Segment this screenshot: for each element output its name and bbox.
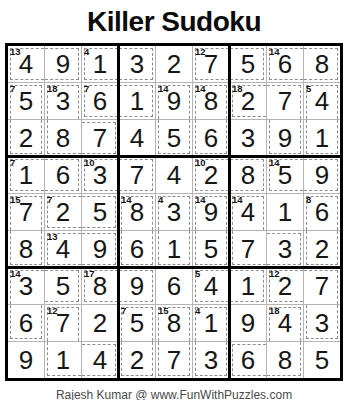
cell-r2c8[interactable]: 7 — [267, 83, 303, 119]
cell-r3c2[interactable]: 8 — [45, 120, 81, 156]
cell-value: 1 — [241, 273, 255, 299]
cell-value: 5 — [315, 347, 329, 373]
cell-r4c8[interactable]: 145 — [267, 157, 303, 193]
cell-r1c1[interactable]: 134 — [8, 46, 44, 82]
cage-sum: 17 — [84, 268, 95, 279]
cell-r3c4[interactable]: 4 — [119, 120, 155, 156]
cell-value: 3 — [241, 125, 255, 151]
cell-value: 9 — [241, 310, 255, 336]
cell-r6c6[interactable]: 5 — [193, 231, 229, 267]
cage-sum: 10 — [195, 157, 206, 168]
cell-r1c9[interactable]: 8 — [304, 46, 340, 82]
cell-r8c8[interactable]: 184 — [267, 305, 303, 341]
cell-r6c3[interactable]: 9 — [82, 231, 118, 267]
cell-r4c2[interactable]: 6 — [45, 157, 81, 193]
cage-sum: 7 — [10, 157, 15, 168]
cage-sum: 14 — [195, 83, 206, 94]
cell-value: 4 — [315, 88, 329, 114]
cell-r8c4[interactable]: 75 — [119, 305, 155, 341]
cage-sum: 12 — [269, 268, 280, 279]
cell-value: 8 — [93, 273, 107, 299]
cell-value: 4 — [93, 347, 107, 373]
cell-value: 3 — [167, 199, 181, 225]
cell-value: 2 — [19, 125, 33, 151]
cell-value: 2 — [93, 310, 107, 336]
cage-sum: 12 — [195, 46, 206, 57]
cage-sum: 18 — [232, 83, 243, 94]
cage-sum: 14 — [269, 46, 280, 57]
cell-r6c2[interactable]: 134 — [45, 231, 81, 267]
cage-sum: 14 — [158, 83, 169, 94]
cell-r7c5[interactable]: 6 — [156, 268, 192, 304]
cell-r6c9[interactable]: 2 — [304, 231, 340, 267]
cell-r5c4[interactable]: 148 — [119, 194, 155, 230]
cage-sum: 4 — [84, 46, 89, 57]
cell-value: 2 — [167, 51, 181, 77]
cell-r3c3[interactable]: 7 — [82, 120, 118, 156]
cell-value: 6 — [204, 125, 218, 151]
cell-value: 1 — [167, 236, 181, 262]
cell-value: 1 — [19, 162, 33, 188]
cell-r5c6[interactable]: 149 — [193, 194, 229, 230]
cell-value: 4 — [130, 125, 144, 151]
cell-value: 2 — [315, 236, 329, 262]
cell-r8c7[interactable]: 9 — [230, 305, 266, 341]
cell-value: 9 — [130, 273, 144, 299]
cage-sum: 14 — [10, 268, 21, 279]
cell-r3c8[interactable]: 9 — [267, 120, 303, 156]
cell-r1c4[interactable]: 3 — [119, 46, 155, 82]
cage-sum: 14 — [195, 194, 206, 205]
cell-value: 8 — [241, 162, 255, 188]
cell-value: 4 — [19, 51, 33, 77]
cage-sum: 18 — [269, 305, 280, 316]
cell-r5c1[interactable]: 157 — [8, 194, 44, 230]
cell-r4c9[interactable]: 9 — [304, 157, 340, 193]
cell-r9c5[interactable]: 7 — [156, 342, 192, 378]
cell-value: 1 — [278, 199, 292, 225]
cell-value: 7 — [167, 347, 181, 373]
cage-sum: 15 — [10, 194, 21, 205]
cell-r5c5[interactable]: 43 — [156, 194, 192, 230]
cage-sum: 4 — [158, 194, 163, 205]
cell-r5c3[interactable]: 5 — [82, 194, 118, 230]
cell-r3c9[interactable]: 1 — [304, 120, 340, 156]
cell-value: 1 — [56, 347, 70, 373]
cell-value: 6 — [241, 347, 255, 373]
cell-r4c3[interactable]: 103 — [82, 157, 118, 193]
cell-value: 7 — [241, 236, 255, 262]
cell-r7c4[interactable]: 9 — [119, 268, 155, 304]
cell-value: 7 — [315, 273, 329, 299]
cell-value: 6 — [93, 88, 107, 114]
cell-r3c1[interactable]: 2 — [8, 120, 44, 156]
cell-r6c4[interactable]: 6 — [119, 231, 155, 267]
cell-r1c3[interactable]: 41 — [82, 46, 118, 82]
cell-r2c5[interactable]: 149 — [156, 83, 192, 119]
cell-r6c5[interactable]: 1 — [156, 231, 192, 267]
cell-value: 6 — [19, 310, 33, 336]
cell-r3c6[interactable]: 6 — [193, 120, 229, 156]
cell-value: 6 — [130, 236, 144, 262]
cell-value: 3 — [93, 162, 107, 188]
cell-value: 1 — [204, 310, 218, 336]
cell-value: 3 — [56, 88, 70, 114]
cell-r5c7[interactable]: 144 — [230, 194, 266, 230]
cell-value: 7 — [56, 310, 70, 336]
cell-value: 9 — [19, 347, 33, 373]
cell-r7c7[interactable]: 1 — [230, 268, 266, 304]
cell-value: 8 — [278, 347, 292, 373]
cell-value: 2 — [56, 199, 70, 225]
cell-value: 5 — [93, 199, 107, 225]
cell-value: 5 — [56, 273, 70, 299]
credit-line: Rajesh Kumar @ www.FunWithPuzzles.com — [0, 388, 348, 400]
cell-value: 5 — [241, 51, 255, 77]
cell-value: 7 — [278, 88, 292, 114]
cage-sum: 4 — [195, 305, 200, 316]
cell-r9c9[interactable]: 5 — [304, 342, 340, 378]
cell-value: 1 — [93, 51, 107, 77]
cell-value: 6 — [315, 199, 329, 225]
cell-r7c3[interactable]: 178 — [82, 268, 118, 304]
cell-r2c9[interactable]: 54 — [304, 83, 340, 119]
cell-value: 2 — [130, 347, 144, 373]
cell-r8c2[interactable]: 127 — [45, 305, 81, 341]
cage-sum: 13 — [10, 46, 21, 57]
cell-r9c8[interactable]: 8 — [267, 342, 303, 378]
cage-sum: 5 — [306, 83, 311, 94]
cell-r5c9[interactable]: 86 — [304, 194, 340, 230]
cell-r7c8[interactable]: 122 — [267, 268, 303, 304]
cell-r1c7[interactable]: 5 — [230, 46, 266, 82]
cell-value: 9 — [315, 162, 329, 188]
cell-r5c8[interactable]: 1 — [267, 194, 303, 230]
cell-value: 3 — [130, 51, 144, 77]
cell-value: 6 — [56, 162, 70, 188]
cage-sum: 18 — [47, 83, 58, 94]
cell-r3c5[interactable]: 5 — [156, 120, 192, 156]
killer-sudoku-grid: 1349413212751468751837611491481827542874… — [8, 46, 340, 378]
cage-sum: 7 — [10, 83, 15, 94]
cell-value: 8 — [56, 125, 70, 151]
cage-sum: 7 — [84, 83, 89, 94]
cell-r8c5[interactable]: 158 — [156, 305, 192, 341]
cell-r8c6[interactable]: 41 — [193, 305, 229, 341]
cage-sum: 14 — [232, 194, 243, 205]
cell-r6c8[interactable]: 3 — [267, 231, 303, 267]
cell-r2c2[interactable]: 183 — [45, 83, 81, 119]
cell-r1c5[interactable]: 2 — [156, 46, 192, 82]
cell-value: 9 — [93, 236, 107, 262]
cell-r2c7[interactable]: 182 — [230, 83, 266, 119]
cell-r2c4[interactable]: 1 — [119, 83, 155, 119]
cage-sum: 5 — [195, 268, 200, 279]
page-title: Killer Sudoku — [0, 0, 348, 40]
cell-r9c2[interactable]: 1 — [45, 342, 81, 378]
cell-r9c4[interactable]: 2 — [119, 342, 155, 378]
cell-r8c1[interactable]: 6 — [8, 305, 44, 341]
cell-r7c9[interactable]: 7 — [304, 268, 340, 304]
cage-sum: 10 — [84, 157, 95, 168]
cell-value: 4 — [204, 273, 218, 299]
cell-r9c3[interactable]: 4 — [82, 342, 118, 378]
cell-r4c1[interactable]: 71 — [8, 157, 44, 193]
cell-r1c2[interactable]: 9 — [45, 46, 81, 82]
cell-value: 5 — [204, 236, 218, 262]
cell-value: 3 — [204, 347, 218, 373]
cell-value: 5 — [19, 88, 33, 114]
cell-r4c6[interactable]: 102 — [193, 157, 229, 193]
cell-r4c4[interactable]: 7 — [119, 157, 155, 193]
cell-r7c1[interactable]: 143 — [8, 268, 44, 304]
cage-sum: 7 — [47, 194, 52, 205]
cell-value: 2 — [278, 273, 292, 299]
cell-r2c3[interactable]: 76 — [82, 83, 118, 119]
cell-value: 8 — [19, 236, 33, 262]
cell-value: 2 — [241, 88, 255, 114]
cell-r4c7[interactable]: 8 — [230, 157, 266, 193]
cage-sum: 8 — [306, 194, 311, 205]
cell-value: 3 — [315, 310, 329, 336]
cage-sum: 14 — [269, 157, 280, 168]
cell-value: 3 — [278, 236, 292, 262]
cell-r8c3[interactable]: 2 — [82, 305, 118, 341]
cell-r1c8[interactable]: 146 — [267, 46, 303, 82]
killer-sudoku-board: 1349413212751468751837611491481827542874… — [5, 43, 343, 381]
cell-value: 1 — [130, 88, 144, 114]
cell-r1c6[interactable]: 127 — [193, 46, 229, 82]
cell-value: 7 — [93, 125, 107, 151]
cell-value: 4 — [278, 310, 292, 336]
cell-value: 7 — [204, 51, 218, 77]
cage-sum: 12 — [47, 305, 58, 316]
cell-r2c6[interactable]: 148 — [193, 83, 229, 119]
cell-r9c6[interactable]: 3 — [193, 342, 229, 378]
cage-sum: 7 — [121, 305, 126, 316]
cage-sum: 13 — [47, 231, 58, 242]
cell-value: 9 — [278, 125, 292, 151]
cell-r7c6[interactable]: 54 — [193, 268, 229, 304]
cell-value: 8 — [315, 51, 329, 77]
cell-value: 4 — [167, 162, 181, 188]
cell-r7c2[interactable]: 5 — [45, 268, 81, 304]
cell-r5c2[interactable]: 72 — [45, 194, 81, 230]
cell-r8c9[interactable]: 3 — [304, 305, 340, 341]
cell-r3c7[interactable]: 3 — [230, 120, 266, 156]
cage-sum: 15 — [158, 305, 169, 316]
cell-value: 1 — [315, 125, 329, 151]
cell-value: 5 — [130, 310, 144, 336]
cell-value: 9 — [56, 51, 70, 77]
cell-value: 4 — [56, 236, 70, 262]
cell-r4c5[interactable]: 4 — [156, 157, 192, 193]
cell-r9c7[interactable]: 6 — [230, 342, 266, 378]
cell-value: 2 — [204, 162, 218, 188]
cell-r2c1[interactable]: 75 — [8, 83, 44, 119]
cell-r6c7[interactable]: 7 — [230, 231, 266, 267]
cell-r9c1[interactable]: 9 — [8, 342, 44, 378]
cell-r6c1[interactable]: 8 — [8, 231, 44, 267]
cell-value: 6 — [167, 273, 181, 299]
cell-value: 7 — [130, 162, 144, 188]
cell-value: 5 — [167, 125, 181, 151]
cage-sum: 14 — [121, 194, 132, 205]
